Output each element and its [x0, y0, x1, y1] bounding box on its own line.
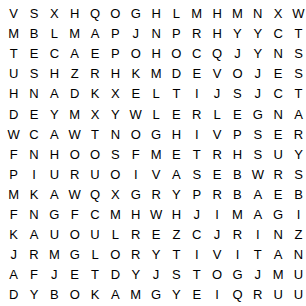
- grid-cell[interactable]: C: [268, 84, 288, 104]
- grid-cell[interactable]: F: [65, 204, 85, 224]
- grid-cell[interactable]: V: [4, 4, 24, 24]
- grid-cell[interactable]: K: [85, 285, 105, 305]
- grid-cell[interactable]: E: [187, 64, 207, 84]
- grid-cell[interactable]: M: [227, 4, 247, 24]
- grid-cell[interactable]: J: [248, 64, 268, 84]
- grid-cell[interactable]: U: [85, 164, 105, 184]
- grid-cell[interactable]: R: [288, 124, 306, 144]
- grid-cell[interactable]: F: [4, 204, 24, 224]
- grid-cell[interactable]: N: [288, 245, 306, 265]
- grid-cell[interactable]: R: [207, 184, 227, 204]
- grid-cell[interactable]: G: [126, 184, 146, 204]
- grid-cell[interactable]: H: [227, 144, 247, 164]
- grid-cell[interactable]: O: [85, 144, 105, 164]
- grid-cell[interactable]: N: [268, 44, 288, 64]
- grid-cell[interactable]: N: [268, 104, 288, 124]
- grid-cell[interactable]: Y: [166, 285, 186, 305]
- grid-cell[interactable]: S: [24, 4, 44, 24]
- grid-cell[interactable]: R: [268, 164, 288, 184]
- grid-cell[interactable]: L: [146, 104, 166, 124]
- grid-cell[interactable]: G: [126, 4, 146, 24]
- grid-cell[interactable]: Z: [288, 225, 306, 245]
- grid-cell[interactable]: J: [146, 265, 166, 285]
- grid-cell[interactable]: I: [227, 245, 247, 265]
- grid-cell[interactable]: E: [207, 164, 227, 184]
- grid-cell[interactable]: N: [105, 124, 125, 144]
- grid-cell[interactable]: P: [105, 44, 125, 64]
- grid-cell[interactable]: M: [126, 285, 146, 305]
- grid-cell[interactable]: W: [146, 204, 166, 224]
- grid-cell[interactable]: I: [187, 124, 207, 144]
- grid-cell[interactable]: I: [207, 204, 227, 224]
- grid-cell[interactable]: B: [227, 184, 247, 204]
- grid-cell[interactable]: X: [268, 4, 288, 24]
- grid-cell[interactable]: Q: [207, 44, 227, 64]
- grid-cell[interactable]: O: [207, 265, 227, 285]
- grid-cell[interactable]: H: [4, 84, 24, 104]
- grid-cell[interactable]: X: [105, 84, 125, 104]
- grid-cell[interactable]: V: [146, 164, 166, 184]
- grid-cell[interactable]: Q: [85, 184, 105, 204]
- grid-cell[interactable]: Y: [248, 24, 268, 44]
- grid-cell[interactable]: D: [65, 84, 85, 104]
- grid-cell[interactable]: Y: [248, 44, 268, 64]
- grid-cell[interactable]: D: [4, 285, 24, 305]
- grid-cell[interactable]: S: [166, 265, 186, 285]
- grid-cell[interactable]: E: [65, 265, 85, 285]
- grid-cell[interactable]: W: [126, 104, 146, 124]
- grid-cell[interactable]: O: [166, 44, 186, 64]
- grid-cell[interactable]: J: [248, 265, 268, 285]
- grid-cell[interactable]: T: [4, 44, 24, 64]
- grid-cell[interactable]: A: [44, 184, 64, 204]
- grid-cell[interactable]: R: [227, 225, 247, 245]
- grid-cell[interactable]: A: [44, 124, 64, 144]
- grid-cell[interactable]: C: [24, 124, 44, 144]
- grid-cell[interactable]: S: [227, 84, 247, 104]
- grid-cell[interactable]: H: [207, 4, 227, 24]
- grid-cell[interactable]: Y: [166, 184, 186, 204]
- grid-cell[interactable]: I: [248, 225, 268, 245]
- grid-cell[interactable]: R: [187, 24, 207, 44]
- grid-cell[interactable]: C: [187, 44, 207, 64]
- grid-cell[interactable]: P: [187, 184, 207, 204]
- grid-cell[interactable]: R: [65, 164, 85, 184]
- grid-cell[interactable]: W: [288, 4, 306, 24]
- grid-cell[interactable]: Z: [166, 225, 186, 245]
- grid-cell[interactable]: C: [85, 204, 105, 224]
- grid-cell[interactable]: Y: [146, 245, 166, 265]
- grid-cell[interactable]: A: [288, 104, 306, 124]
- grid-cell[interactable]: A: [105, 285, 125, 305]
- grid-cell[interactable]: L: [207, 104, 227, 124]
- grid-cell[interactable]: M: [4, 184, 24, 204]
- grid-cell[interactable]: O: [65, 144, 85, 164]
- grid-cell[interactable]: J: [44, 265, 64, 285]
- grid-cell[interactable]: F: [4, 144, 24, 164]
- grid-cell[interactable]: T: [85, 124, 105, 144]
- grid-cell[interactable]: J: [227, 44, 247, 64]
- grid-cell[interactable]: B: [227, 164, 247, 184]
- grid-cell[interactable]: Y: [126, 265, 146, 285]
- grid-cell[interactable]: G: [227, 265, 247, 285]
- grid-cell[interactable]: I: [24, 164, 44, 184]
- grid-cell[interactable]: H: [166, 124, 186, 144]
- grid-cell[interactable]: E: [24, 44, 44, 64]
- grid-cell[interactable]: C: [268, 24, 288, 44]
- grid-cell[interactable]: S: [187, 164, 207, 184]
- grid-cell[interactable]: E: [166, 144, 186, 164]
- grid-cell[interactable]: J: [4, 245, 24, 265]
- grid-cell[interactable]: Y: [44, 104, 64, 124]
- grid-cell[interactable]: J: [126, 24, 146, 44]
- grid-cell[interactable]: M: [65, 24, 85, 44]
- grid-cell[interactable]: R: [248, 285, 268, 305]
- grid-cell[interactable]: C: [187, 225, 207, 245]
- grid-cell[interactable]: V: [207, 64, 227, 84]
- grid-cell[interactable]: M: [4, 24, 24, 44]
- grid-cell[interactable]: M: [187, 4, 207, 24]
- grid-cell[interactable]: I: [288, 204, 306, 224]
- grid-cell[interactable]: J: [207, 225, 227, 245]
- grid-cell[interactable]: L: [44, 24, 64, 44]
- grid-cell[interactable]: R: [207, 144, 227, 164]
- grid-cell[interactable]: A: [24, 225, 44, 245]
- grid-cell[interactable]: W: [65, 184, 85, 204]
- grid-cell[interactable]: P: [105, 24, 125, 44]
- grid-cell[interactable]: N: [146, 24, 166, 44]
- grid-cell[interactable]: E: [268, 64, 288, 84]
- grid-cell[interactable]: B: [24, 24, 44, 44]
- grid-cell[interactable]: O: [126, 124, 146, 144]
- grid-cell[interactable]: K: [4, 225, 24, 245]
- grid-cell[interactable]: Q: [227, 285, 247, 305]
- grid-cell[interactable]: Y: [227, 24, 247, 44]
- grid-cell[interactable]: R: [24, 245, 44, 265]
- grid-cell[interactable]: T: [288, 84, 306, 104]
- grid-cell[interactable]: T: [187, 144, 207, 164]
- grid-cell[interactable]: T: [288, 24, 306, 44]
- grid-cell[interactable]: S: [248, 124, 268, 144]
- grid-cell[interactable]: I: [187, 245, 207, 265]
- grid-cell[interactable]: E: [126, 84, 146, 104]
- grid-cell[interactable]: N: [24, 84, 44, 104]
- grid-cell[interactable]: E: [227, 104, 247, 124]
- grid-cell[interactable]: P: [227, 124, 247, 144]
- grid-cell[interactable]: S: [24, 64, 44, 84]
- grid-cell[interactable]: P: [4, 164, 24, 184]
- grid-cell[interactable]: H: [44, 64, 64, 84]
- grid-cell[interactable]: E: [187, 285, 207, 305]
- grid-cell[interactable]: F: [24, 265, 44, 285]
- grid-cell[interactable]: S: [288, 164, 306, 184]
- grid-cell[interactable]: J: [248, 84, 268, 104]
- grid-cell[interactable]: O: [65, 285, 85, 305]
- grid-cell[interactable]: H: [166, 204, 186, 224]
- grid-cell[interactable]: A: [268, 245, 288, 265]
- grid-cell[interactable]: M: [44, 245, 64, 265]
- grid-cell[interactable]: G: [268, 204, 288, 224]
- grid-cell[interactable]: T: [166, 245, 186, 265]
- grid-cell[interactable]: O: [105, 4, 125, 24]
- grid-cell[interactable]: U: [44, 225, 64, 245]
- grid-cell[interactable]: X: [105, 184, 125, 204]
- grid-cell[interactable]: U: [288, 285, 306, 305]
- grid-cell[interactable]: X: [85, 104, 105, 124]
- grid-cell[interactable]: E: [268, 124, 288, 144]
- grid-cell[interactable]: E: [146, 225, 166, 245]
- grid-cell[interactable]: H: [44, 144, 64, 164]
- grid-cell[interactable]: H: [105, 64, 125, 84]
- grid-cell[interactable]: Y: [105, 104, 125, 124]
- grid-cell[interactable]: H: [65, 4, 85, 24]
- grid-cell[interactable]: A: [85, 24, 105, 44]
- grid-cell[interactable]: S: [105, 144, 125, 164]
- grid-cell[interactable]: W: [4, 124, 24, 144]
- grid-cell[interactable]: H: [126, 204, 146, 224]
- grid-cell[interactable]: H: [146, 4, 166, 24]
- grid-cell[interactable]: E: [24, 104, 44, 124]
- grid-cell[interactable]: E: [85, 44, 105, 64]
- grid-cell[interactable]: A: [44, 84, 64, 104]
- grid-cell[interactable]: M: [105, 204, 125, 224]
- grid-cell[interactable]: R: [126, 245, 146, 265]
- grid-cell[interactable]: F: [126, 144, 146, 164]
- word-search-grid: VSXHQOGHLMHMNXWMBLMAPJNPRHYYCTTECAEPOHOC…: [0, 0, 306, 305]
- grid-cell[interactable]: M: [146, 64, 166, 84]
- grid-cell[interactable]: U: [44, 164, 64, 184]
- grid-cell[interactable]: G: [65, 245, 85, 265]
- grid-cell[interactable]: T: [187, 265, 207, 285]
- grid-cell[interactable]: L: [146, 84, 166, 104]
- grid-cell[interactable]: I: [126, 164, 146, 184]
- grid-cell[interactable]: I: [207, 285, 227, 305]
- grid-cell[interactable]: G: [248, 104, 268, 124]
- grid-cell[interactable]: W: [248, 164, 268, 184]
- grid-cell[interactable]: M: [268, 265, 288, 285]
- grid-cell[interactable]: T: [248, 245, 268, 265]
- grid-cell[interactable]: Y: [24, 285, 44, 305]
- grid-cell[interactable]: R: [126, 225, 146, 245]
- grid-cell[interactable]: A: [65, 44, 85, 64]
- grid-cell[interactable]: K: [85, 84, 105, 104]
- grid-cell[interactable]: N: [268, 225, 288, 245]
- grid-cell[interactable]: U: [288, 265, 306, 285]
- grid-cell[interactable]: T: [166, 84, 186, 104]
- grid-cell[interactable]: N: [248, 4, 268, 24]
- grid-cell[interactable]: C: [44, 44, 64, 64]
- grid-cell[interactable]: L: [105, 225, 125, 245]
- grid-cell[interactable]: O: [105, 164, 125, 184]
- grid-cell[interactable]: W: [65, 124, 85, 144]
- grid-cell[interactable]: A: [166, 164, 186, 184]
- grid-cell[interactable]: U: [268, 285, 288, 305]
- grid-cell[interactable]: L: [166, 4, 186, 24]
- grid-cell[interactable]: J: [207, 84, 227, 104]
- grid-cell[interactable]: R: [146, 184, 166, 204]
- grid-cell[interactable]: V: [207, 245, 227, 265]
- grid-cell[interactable]: A: [248, 184, 268, 204]
- grid-cell[interactable]: K: [126, 64, 146, 84]
- grid-cell[interactable]: U: [268, 144, 288, 164]
- grid-cell[interactable]: T: [85, 265, 105, 285]
- grid-cell[interactable]: O: [126, 44, 146, 64]
- grid-cell[interactable]: S: [288, 64, 306, 84]
- grid-cell[interactable]: L: [85, 245, 105, 265]
- grid-cell[interactable]: I: [187, 84, 207, 104]
- grid-cell[interactable]: B: [44, 285, 64, 305]
- grid-cell[interactable]: H: [207, 24, 227, 44]
- grid-cell[interactable]: P: [166, 24, 186, 44]
- grid-cell[interactable]: M: [227, 204, 247, 224]
- grid-cell[interactable]: X: [44, 4, 64, 24]
- grid-cell[interactable]: K: [24, 184, 44, 204]
- grid-cell[interactable]: A: [248, 204, 268, 224]
- grid-cell[interactable]: E: [268, 184, 288, 204]
- grid-cell[interactable]: R: [187, 104, 207, 124]
- grid-cell[interactable]: U: [4, 64, 24, 84]
- grid-cell[interactable]: H: [146, 44, 166, 64]
- grid-cell[interactable]: M: [146, 144, 166, 164]
- grid-cell[interactable]: S: [288, 44, 306, 64]
- grid-cell[interactable]: O: [105, 245, 125, 265]
- grid-cell[interactable]: Z: [65, 64, 85, 84]
- grid-cell[interactable]: D: [166, 64, 186, 84]
- grid-cell[interactable]: J: [187, 204, 207, 224]
- grid-cell[interactable]: N: [24, 204, 44, 224]
- grid-cell[interactable]: R: [85, 64, 105, 84]
- grid-cell[interactable]: S: [248, 144, 268, 164]
- grid-cell[interactable]: U: [85, 225, 105, 245]
- grid-cell[interactable]: O: [227, 64, 247, 84]
- grid-cell[interactable]: G: [44, 204, 64, 224]
- grid-cell[interactable]: E: [166, 104, 186, 124]
- grid-cell[interactable]: D: [105, 265, 125, 285]
- grid-cell[interactable]: B: [288, 184, 306, 204]
- grid-cell[interactable]: G: [146, 285, 166, 305]
- grid-cell[interactable]: G: [146, 124, 166, 144]
- grid-cell[interactable]: N: [24, 144, 44, 164]
- grid-cell[interactable]: D: [4, 104, 24, 124]
- grid-cell[interactable]: Y: [288, 144, 306, 164]
- grid-cell[interactable]: Q: [85, 4, 105, 24]
- grid-cell[interactable]: A: [4, 265, 24, 285]
- grid-cell[interactable]: M: [65, 104, 85, 124]
- grid-cell[interactable]: O: [65, 225, 85, 245]
- grid-cell[interactable]: V: [207, 124, 227, 144]
